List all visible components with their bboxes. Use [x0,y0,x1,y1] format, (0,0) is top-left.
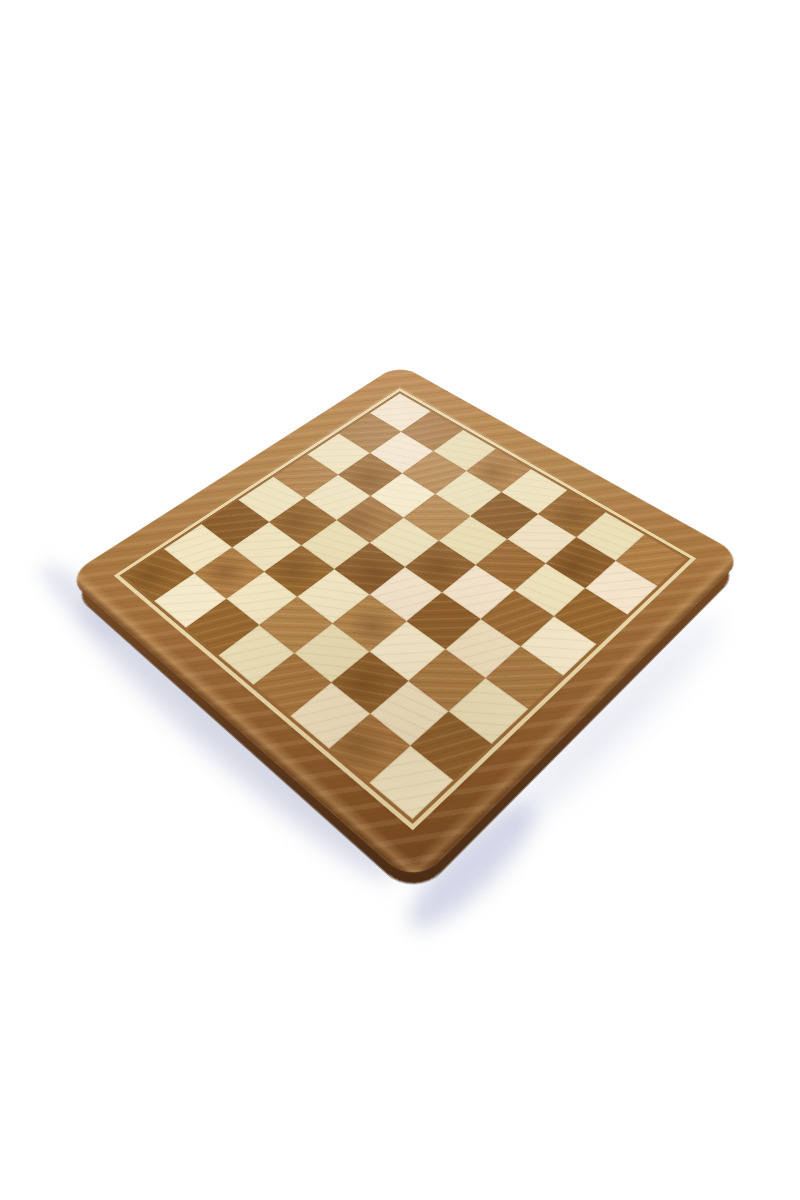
product-photo-canvas [0,0,800,1200]
board-3d-scene [0,0,800,1200]
board-field-with-maple-inlay [114,388,696,830]
board-grid [124,393,687,819]
board-tilt-wrapper [0,0,800,1200]
chess-board [66,364,745,886]
